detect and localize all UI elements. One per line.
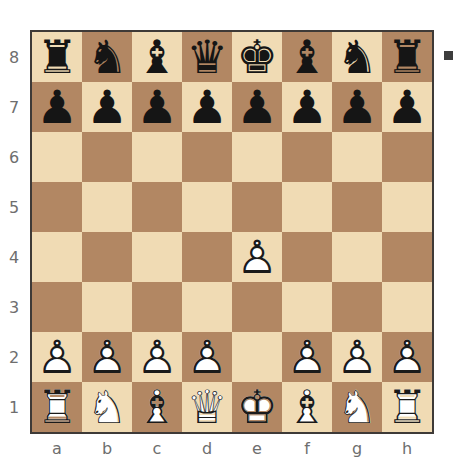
- piece-outline: ♘: [332, 382, 382, 432]
- piece-white-pawn[interactable]: ♟♙: [132, 332, 182, 382]
- piece-outline: ♙: [382, 332, 432, 382]
- piece-black-bishop[interactable]: ♝: [282, 32, 332, 82]
- piece-black-pawn[interactable]: ♟: [382, 82, 432, 132]
- piece-outline: ♙: [282, 332, 332, 382]
- piece-white-rook[interactable]: ♜♖: [32, 382, 82, 432]
- piece-white-bishop[interactable]: ♝♗: [282, 382, 332, 432]
- piece-fill: ♟: [332, 82, 382, 132]
- piece-white-queen[interactable]: ♛♕: [182, 382, 232, 432]
- square-f6[interactable]: [282, 132, 332, 182]
- piece-black-rook[interactable]: ♜: [32, 32, 82, 82]
- piece-fill: ♟: [132, 82, 182, 132]
- square-f7[interactable]: ♟: [282, 82, 332, 132]
- piece-fill: ♟: [32, 82, 82, 132]
- piece-white-king[interactable]: ♚♔: [232, 382, 282, 432]
- rank-label-7: 7: [0, 82, 28, 132]
- square-h8[interactable]: ♜: [382, 32, 432, 82]
- square-a6[interactable]: [32, 132, 82, 182]
- piece-fill: ♛: [182, 32, 232, 82]
- piece-white-pawn[interactable]: ♟♙: [332, 332, 382, 382]
- piece-fill: ♚: [232, 32, 282, 82]
- square-e6[interactable]: [232, 132, 282, 182]
- piece-white-rook[interactable]: ♜♖: [382, 382, 432, 432]
- square-h7[interactable]: ♟: [382, 82, 432, 132]
- square-b8[interactable]: ♞: [82, 32, 132, 82]
- square-g3[interactable]: [332, 282, 382, 332]
- square-h4[interactable]: [382, 232, 432, 282]
- side-to-move-indicator: [444, 51, 453, 60]
- square-a1[interactable]: ♜♖: [32, 382, 82, 432]
- piece-black-pawn[interactable]: ♟: [182, 82, 232, 132]
- square-g7[interactable]: ♟: [332, 82, 382, 132]
- square-a4[interactable]: [32, 232, 82, 282]
- file-label-e: e: [232, 434, 282, 462]
- square-e8[interactable]: ♚: [232, 32, 282, 82]
- square-e3[interactable]: [232, 282, 282, 332]
- piece-black-pawn[interactable]: ♟: [332, 82, 382, 132]
- square-g4[interactable]: [332, 232, 382, 282]
- piece-fill: ♝: [132, 32, 182, 82]
- piece-black-pawn[interactable]: ♟: [282, 82, 332, 132]
- square-a2[interactable]: ♟♙: [32, 332, 82, 382]
- square-b2[interactable]: ♟♙: [82, 332, 132, 382]
- piece-outline: ♔: [232, 382, 282, 432]
- square-b3[interactable]: [82, 282, 132, 332]
- square-b4[interactable]: [82, 232, 132, 282]
- file-label-b: b: [82, 434, 132, 462]
- rank-label-4: 4: [0, 232, 28, 282]
- chess-app: 87654321 ♜♞♝♛♚♝♞♜♟♟♟♟♟♟♟♟♟♙♟♙♟♙♟♙♟♙♟♙♟♙♟…: [0, 0, 464, 464]
- square-a5[interactable]: [32, 182, 82, 232]
- piece-white-pawn[interactable]: ♟♙: [182, 332, 232, 382]
- piece-outline: ♙: [82, 332, 132, 382]
- square-h6[interactable]: [382, 132, 432, 182]
- piece-fill: ♟: [382, 82, 432, 132]
- square-a8[interactable]: ♜: [32, 32, 82, 82]
- rank-label-3: 3: [0, 282, 28, 332]
- square-e5[interactable]: [232, 182, 282, 232]
- square-e7[interactable]: ♟: [232, 82, 282, 132]
- piece-black-pawn[interactable]: ♟: [232, 82, 282, 132]
- piece-white-knight[interactable]: ♞♘: [82, 382, 132, 432]
- square-g6[interactable]: [332, 132, 382, 182]
- square-d7[interactable]: ♟: [182, 82, 232, 132]
- chess-board: ♜♞♝♛♚♝♞♜♟♟♟♟♟♟♟♟♟♙♟♙♟♙♟♙♟♙♟♙♟♙♟♙♜♖♞♘♝♗♛♕…: [32, 32, 432, 432]
- piece-outline: ♗: [132, 382, 182, 432]
- square-d2[interactable]: ♟♙: [182, 332, 232, 382]
- file-label-c: c: [132, 434, 182, 462]
- file-label-a: a: [32, 434, 82, 462]
- piece-outline: ♘: [82, 382, 132, 432]
- piece-black-knight[interactable]: ♞: [332, 32, 382, 82]
- rank-label-5: 5: [0, 182, 28, 232]
- square-e1[interactable]: ♚♔: [232, 382, 282, 432]
- piece-fill: ♟: [282, 82, 332, 132]
- square-b7[interactable]: ♟: [82, 82, 132, 132]
- square-g2[interactable]: ♟♙: [332, 332, 382, 382]
- piece-black-king[interactable]: ♚: [232, 32, 282, 82]
- piece-outline: ♙: [32, 332, 82, 382]
- piece-white-knight[interactable]: ♞♘: [332, 382, 382, 432]
- piece-outline: ♙: [182, 332, 232, 382]
- piece-outline: ♙: [132, 332, 182, 382]
- piece-black-rook[interactable]: ♜: [382, 32, 432, 82]
- piece-fill: ♟: [232, 82, 282, 132]
- rank-label-1: 1: [0, 382, 28, 432]
- square-b6[interactable]: [82, 132, 132, 182]
- square-c6[interactable]: [132, 132, 182, 182]
- piece-outline: ♙: [332, 332, 382, 382]
- piece-black-pawn[interactable]: ♟: [82, 82, 132, 132]
- piece-black-pawn[interactable]: ♟: [32, 82, 82, 132]
- rank-labels: 87654321: [0, 32, 28, 432]
- piece-fill: ♜: [32, 32, 82, 82]
- square-c2[interactable]: ♟♙: [132, 332, 182, 382]
- piece-outline: ♙: [232, 232, 282, 282]
- square-h5[interactable]: [382, 182, 432, 232]
- file-label-d: d: [182, 434, 232, 462]
- piece-fill: ♜: [382, 32, 432, 82]
- file-label-f: f: [282, 434, 332, 462]
- square-h2[interactable]: ♟♙: [382, 332, 432, 382]
- piece-black-pawn[interactable]: ♟: [132, 82, 182, 132]
- rank-label-6: 6: [0, 132, 28, 182]
- square-d1[interactable]: ♛♕: [182, 382, 232, 432]
- square-f5[interactable]: [282, 182, 332, 232]
- piece-outline: ♖: [382, 382, 432, 432]
- square-c8[interactable]: ♝: [132, 32, 182, 82]
- piece-white-pawn[interactable]: ♟♙: [32, 332, 82, 382]
- square-d6[interactable]: [182, 132, 232, 182]
- piece-outline: ♕: [182, 382, 232, 432]
- square-b5[interactable]: [82, 182, 132, 232]
- piece-white-pawn[interactable]: ♟♙: [282, 332, 332, 382]
- file-label-h: h: [382, 434, 432, 462]
- piece-fill: ♞: [332, 32, 382, 82]
- board-frame: ♜♞♝♛♚♝♞♜♟♟♟♟♟♟♟♟♟♙♟♙♟♙♟♙♟♙♟♙♟♙♟♙♜♖♞♘♝♗♛♕…: [30, 30, 434, 434]
- square-h3[interactable]: [382, 282, 432, 332]
- square-f3[interactable]: [282, 282, 332, 332]
- piece-white-pawn[interactable]: ♟♙: [82, 332, 132, 382]
- square-f2[interactable]: ♟♙: [282, 332, 332, 382]
- square-g8[interactable]: ♞: [332, 32, 382, 82]
- square-d3[interactable]: [182, 282, 232, 332]
- square-c7[interactable]: ♟: [132, 82, 182, 132]
- square-d5[interactable]: [182, 182, 232, 232]
- piece-outline: ♗: [282, 382, 332, 432]
- piece-black-knight[interactable]: ♞: [82, 32, 132, 82]
- piece-white-bishop[interactable]: ♝♗: [132, 382, 182, 432]
- square-c4[interactable]: [132, 232, 182, 282]
- square-h1[interactable]: ♜♖: [382, 382, 432, 432]
- square-c5[interactable]: [132, 182, 182, 232]
- piece-outline: ♖: [32, 382, 82, 432]
- square-g5[interactable]: [332, 182, 382, 232]
- file-labels: abcdefgh: [32, 434, 432, 462]
- square-c3[interactable]: [132, 282, 182, 332]
- piece-white-pawn[interactable]: ♟♙: [232, 232, 282, 282]
- square-b1[interactable]: ♞♘: [82, 382, 132, 432]
- file-label-g: g: [332, 434, 382, 462]
- square-g1[interactable]: ♞♘: [332, 382, 382, 432]
- square-f8[interactable]: ♝: [282, 32, 332, 82]
- square-a3[interactable]: [32, 282, 82, 332]
- rank-label-2: 2: [0, 332, 28, 382]
- piece-black-bishop[interactable]: ♝: [132, 32, 182, 82]
- piece-fill: ♟: [182, 82, 232, 132]
- square-c1[interactable]: ♝♗: [132, 382, 182, 432]
- piece-fill: ♟: [82, 82, 132, 132]
- square-f1[interactable]: ♝♗: [282, 382, 332, 432]
- square-d8[interactable]: ♛: [182, 32, 232, 82]
- piece-fill: ♝: [282, 32, 332, 82]
- piece-fill: ♞: [82, 32, 132, 82]
- piece-white-pawn[interactable]: ♟♙: [382, 332, 432, 382]
- piece-black-queen[interactable]: ♛: [182, 32, 232, 82]
- square-e2[interactable]: [232, 332, 282, 382]
- rank-label-8: 8: [0, 32, 28, 82]
- square-f4[interactable]: [282, 232, 332, 282]
- square-a7[interactable]: ♟: [32, 82, 82, 132]
- square-e4[interactable]: ♟♙: [232, 232, 282, 282]
- square-d4[interactable]: [182, 232, 232, 282]
